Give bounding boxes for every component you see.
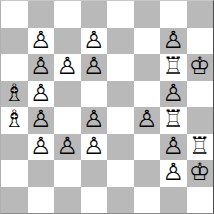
square-c4[interactable] [54, 107, 81, 134]
square-a4[interactable]: ♗ [1, 107, 28, 134]
square-c5[interactable] [54, 81, 81, 108]
white-pawn: ♙ [83, 54, 105, 78]
white-pawn: ♙ [83, 134, 105, 158]
white-king: ♔ [189, 54, 211, 78]
white-pawn: ♙ [30, 107, 52, 131]
square-c1[interactable] [54, 187, 81, 214]
square-g7[interactable]: ♙ [160, 28, 187, 55]
square-c3[interactable]: ♙ [54, 134, 81, 161]
white-pawn: ♙ [56, 54, 78, 78]
chess-board: ♙♙♙♙♙♙♖♔♗♙♙♗♙♙♙♖♙♙♙♙♖♙♔ [0, 0, 214, 214]
square-a7[interactable] [1, 28, 28, 55]
square-h5[interactable] [187, 81, 214, 108]
white-bishop: ♗ [3, 81, 25, 105]
square-h4[interactable] [187, 107, 214, 134]
square-d2[interactable] [81, 160, 108, 187]
square-d6[interactable]: ♙ [81, 54, 108, 81]
square-a1[interactable] [1, 187, 28, 214]
white-bishop: ♗ [3, 107, 25, 131]
square-c6[interactable]: ♙ [54, 54, 81, 81]
square-g6[interactable]: ♖ [160, 54, 187, 81]
square-h7[interactable] [187, 28, 214, 55]
square-a8[interactable] [1, 1, 28, 28]
square-f8[interactable] [134, 1, 161, 28]
white-pawn: ♙ [162, 28, 184, 52]
square-e3[interactable] [107, 134, 134, 161]
square-f2[interactable] [134, 160, 161, 187]
square-e7[interactable] [107, 28, 134, 55]
square-b2[interactable] [28, 160, 55, 187]
square-b5[interactable]: ♙ [28, 81, 55, 108]
square-c2[interactable] [54, 160, 81, 187]
square-h2[interactable]: ♔ [187, 160, 214, 187]
square-e1[interactable] [107, 187, 134, 214]
square-e8[interactable] [107, 1, 134, 28]
square-e4[interactable] [107, 107, 134, 134]
square-a6[interactable] [1, 54, 28, 81]
square-g8[interactable] [160, 1, 187, 28]
square-e5[interactable] [107, 81, 134, 108]
square-b1[interactable] [28, 187, 55, 214]
square-h3[interactable]: ♖ [187, 134, 214, 161]
white-pawn: ♙ [136, 107, 158, 131]
square-g4[interactable]: ♖ [160, 107, 187, 134]
square-d4[interactable]: ♙ [81, 107, 108, 134]
square-d8[interactable] [81, 1, 108, 28]
square-e2[interactable] [107, 160, 134, 187]
square-b7[interactable]: ♙ [28, 28, 55, 55]
square-a2[interactable] [1, 160, 28, 187]
white-pawn: ♙ [83, 28, 105, 52]
white-pawn: ♙ [30, 28, 52, 52]
square-c8[interactable] [54, 1, 81, 28]
white-king: ♔ [189, 160, 211, 184]
square-b3[interactable]: ♙ [28, 134, 55, 161]
square-f1[interactable] [134, 187, 161, 214]
square-d7[interactable]: ♙ [81, 28, 108, 55]
white-pawn: ♙ [56, 134, 78, 158]
white-rook: ♖ [162, 107, 184, 131]
square-b6[interactable]: ♙ [28, 54, 55, 81]
white-pawn: ♙ [30, 81, 52, 105]
square-g2[interactable]: ♙ [160, 160, 187, 187]
white-pawn: ♙ [162, 81, 184, 105]
square-b8[interactable] [28, 1, 55, 28]
square-g5[interactable]: ♙ [160, 81, 187, 108]
square-h1[interactable] [187, 187, 214, 214]
square-b4[interactable]: ♙ [28, 107, 55, 134]
square-g3[interactable]: ♙ [160, 134, 187, 161]
square-f5[interactable] [134, 81, 161, 108]
white-pawn: ♙ [83, 107, 105, 131]
square-d3[interactable]: ♙ [81, 134, 108, 161]
white-pawn: ♙ [162, 160, 184, 184]
square-h6[interactable]: ♔ [187, 54, 214, 81]
square-f7[interactable] [134, 28, 161, 55]
white-pawn: ♙ [162, 134, 184, 158]
white-rook: ♖ [162, 54, 184, 78]
square-a5[interactable]: ♗ [1, 81, 28, 108]
square-a3[interactable] [1, 134, 28, 161]
white-pawn: ♙ [30, 54, 52, 78]
square-f3[interactable] [134, 134, 161, 161]
white-rook: ♖ [189, 134, 211, 158]
square-d1[interactable] [81, 187, 108, 214]
square-d5[interactable] [81, 81, 108, 108]
square-f4[interactable]: ♙ [134, 107, 161, 134]
square-e6[interactable] [107, 54, 134, 81]
square-h8[interactable] [187, 1, 214, 28]
square-c7[interactable] [54, 28, 81, 55]
square-f6[interactable] [134, 54, 161, 81]
white-pawn: ♙ [30, 134, 52, 158]
square-g1[interactable] [160, 187, 187, 214]
chess-diagram: ♙♙♙♙♙♙♖♔♗♙♙♗♙♙♙♖♙♙♙♙♖♙♔ [0, 0, 214, 214]
